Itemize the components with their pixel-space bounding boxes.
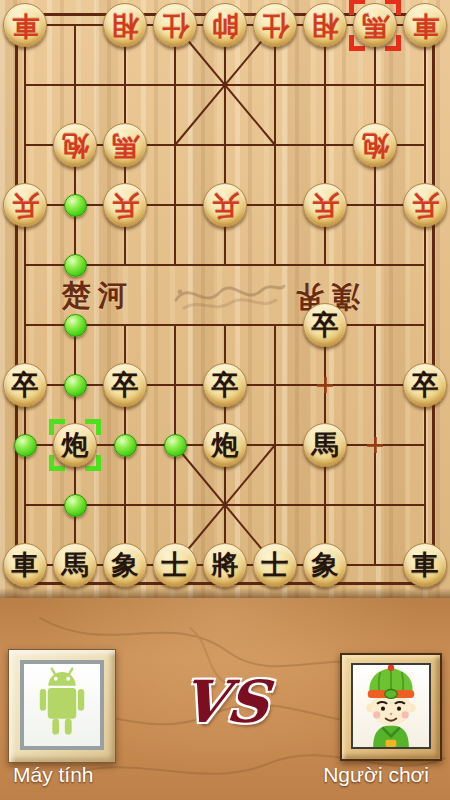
red-piece-馬[interactable]: 馬 — [353, 3, 397, 47]
piece-character: 兵 — [112, 193, 139, 220]
piece-character: 卒 — [212, 371, 239, 398]
vs-text: VS — [0, 668, 450, 736]
legal-move-dot[interactable] — [14, 434, 37, 457]
piece-character: 炮 — [362, 133, 389, 160]
black-piece-卒[interactable]: 卒 — [103, 363, 147, 407]
legal-move-dot[interactable] — [64, 314, 87, 337]
black-piece-士[interactable]: 士 — [153, 543, 197, 587]
piece-character: 象 — [112, 551, 139, 578]
legal-move-dot[interactable] — [64, 254, 87, 277]
piece-character: 兵 — [312, 193, 339, 220]
black-piece-車[interactable]: 車 — [403, 543, 447, 587]
piece-character: 士 — [162, 551, 189, 578]
black-piece-士[interactable]: 士 — [253, 543, 297, 587]
piece-character: 相 — [112, 13, 139, 40]
point-marker — [367, 437, 383, 453]
red-piece-車[interactable]: 車 — [3, 3, 47, 47]
red-piece-炮[interactable]: 炮 — [53, 123, 97, 167]
black-piece-象[interactable]: 象 — [303, 543, 347, 587]
red-piece-相[interactable]: 相 — [303, 3, 347, 47]
piece-character: 炮 — [62, 431, 89, 458]
red-piece-仕[interactable]: 仕 — [153, 3, 197, 47]
piece-character: 馬 — [62, 551, 89, 578]
piece-character: 士 — [262, 551, 289, 578]
piece-character: 將 — [212, 551, 239, 578]
red-piece-相[interactable]: 相 — [103, 3, 147, 47]
red-piece-仕[interactable]: 仕 — [253, 3, 297, 47]
piece-character: 車 — [12, 551, 39, 578]
black-piece-馬[interactable]: 馬 — [53, 543, 97, 587]
legal-move-dot[interactable] — [64, 194, 87, 217]
piece-character: 象 — [312, 551, 339, 578]
piece-character: 兵 — [12, 193, 39, 220]
black-piece-卒[interactable]: 卒 — [403, 363, 447, 407]
piece-character: 仕 — [262, 13, 289, 40]
computer-player-label: Máy tính — [13, 763, 94, 787]
xiangqi-app-screen: 楚河 漢界 車相仕帥仕相馬車炮馬炮兵兵兵兵兵卒卒卒卒卒炮炮馬車馬象士將士象車 — [0, 0, 450, 800]
black-piece-馬[interactable]: 馬 — [303, 423, 347, 467]
legal-move-dot[interactable] — [64, 494, 87, 517]
red-piece-兵[interactable]: 兵 — [403, 183, 447, 227]
piece-character: 卒 — [112, 371, 139, 398]
black-piece-將[interactable]: 將 — [203, 543, 247, 587]
piece-character: 馬 — [312, 431, 339, 458]
red-piece-兵[interactable]: 兵 — [103, 183, 147, 227]
red-piece-兵[interactable]: 兵 — [3, 183, 47, 227]
piece-character: 馬 — [112, 133, 139, 160]
piece-character: 車 — [412, 13, 439, 40]
black-piece-炮[interactable]: 炮 — [53, 423, 97, 467]
piece-character: 兵 — [412, 193, 439, 220]
river-text-left: 楚河 — [62, 276, 134, 316]
board-bottom-shadow — [0, 588, 450, 598]
piece-character: 仕 — [162, 13, 189, 40]
black-piece-炮[interactable]: 炮 — [203, 423, 247, 467]
piece-character: 炮 — [212, 431, 239, 458]
piece-character: 卒 — [12, 371, 39, 398]
piece-character: 車 — [412, 551, 439, 578]
river-dragon-watermark — [170, 270, 290, 320]
red-piece-車[interactable]: 車 — [403, 3, 447, 47]
piece-character: 相 — [312, 13, 339, 40]
piece-character: 兵 — [212, 193, 239, 220]
piece-character: 帥 — [212, 13, 239, 40]
point-marker — [317, 377, 333, 393]
black-piece-象[interactable]: 象 — [103, 543, 147, 587]
piece-character: 卒 — [412, 371, 439, 398]
black-piece-卒[interactable]: 卒 — [303, 303, 347, 347]
black-piece-卒[interactable]: 卒 — [3, 363, 47, 407]
piece-character: 炮 — [62, 133, 89, 160]
red-piece-炮[interactable]: 炮 — [353, 123, 397, 167]
red-piece-兵[interactable]: 兵 — [303, 183, 347, 227]
legal-move-dot[interactable] — [164, 434, 187, 457]
piece-character: 卒 — [312, 311, 339, 338]
red-piece-兵[interactable]: 兵 — [203, 183, 247, 227]
xiangqi-board[interactable]: 楚河 漢界 車相仕帥仕相馬車炮馬炮兵兵兵兵兵卒卒卒卒卒炮炮馬車馬象士將士象車 — [0, 0, 450, 598]
red-piece-帥[interactable]: 帥 — [203, 3, 247, 47]
legal-move-dot[interactable] — [64, 374, 87, 397]
black-piece-卒[interactable]: 卒 — [203, 363, 247, 407]
black-piece-車[interactable]: 車 — [3, 543, 47, 587]
piece-character: 車 — [12, 13, 39, 40]
legal-move-dot[interactable] — [114, 434, 137, 457]
piece-character: 馬 — [362, 13, 389, 40]
red-piece-馬[interactable]: 馬 — [103, 123, 147, 167]
human-player-label: Người chơi — [323, 763, 429, 787]
